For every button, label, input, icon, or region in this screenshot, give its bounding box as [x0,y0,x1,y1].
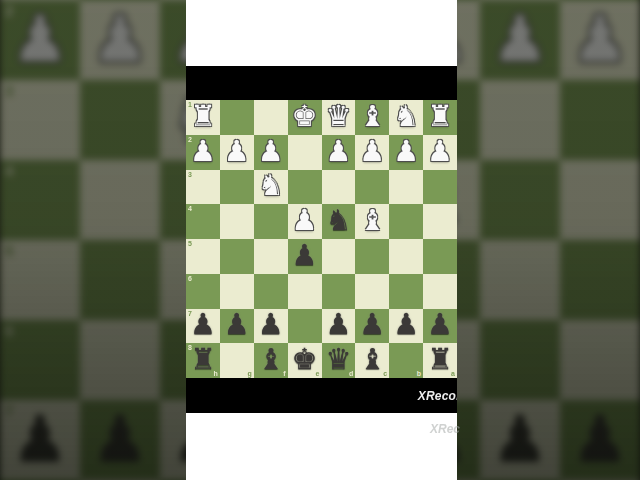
square-g3[interactable] [220,170,254,205]
black-bishop[interactable]: ♝ [258,345,284,374]
square-g1[interactable] [220,100,254,135]
black-pawn[interactable]: ♟ [190,310,216,339]
square-d8[interactable]: ♛d [322,343,356,378]
rank-label-5: 5 [188,240,192,247]
white-pawn[interactable]: ♟ [190,137,216,166]
square-e1[interactable]: ♚ [288,100,322,135]
square-d4[interactable]: ♞ [322,204,356,239]
square-d6[interactable] [322,274,356,309]
rank-label-3: 3 [188,171,192,178]
square-d5[interactable] [322,239,356,274]
white-knight[interactable]: ♞ [258,171,284,200]
square-c7[interactable]: ♟ [355,309,389,344]
black-rook[interactable]: ♜ [190,345,216,374]
white-pawn[interactable]: ♟ [292,206,318,235]
square-a2[interactable]: ♟ [423,135,457,170]
top-letterbox [186,0,457,66]
square-g6[interactable] [220,274,254,309]
black-pawn[interactable]: ♟ [393,310,419,339]
square-f3[interactable]: ♞ [254,170,288,205]
black-pawn[interactable]: ♟ [224,310,250,339]
square-e6[interactable] [288,274,322,309]
rank-label-2: 2 [188,136,192,143]
file-label-a: a [451,370,455,377]
square-g4[interactable] [220,204,254,239]
square-h7[interactable]: ♟7 [186,309,220,344]
file-label-c: c [383,370,387,377]
video-frame: ♜1♚♛♝♞♜♟2♟♟♟♟♟♟3♞4♟♞♝5♟6♟7♟♟♟♟♟♟♜8hg♝f♚e… [0,0,640,480]
square-c1[interactable]: ♝ [355,100,389,135]
file-label-b: b [417,370,421,377]
bottom-letterbox: XRec [186,413,457,480]
white-pawn[interactable]: ♟ [393,137,419,166]
square-b6[interactable] [389,274,423,309]
faint-watermark: XRec [430,422,460,436]
square-b1[interactable]: ♞ [389,100,423,135]
white-bishop[interactable]: ♝ [359,102,385,131]
white-king[interactable]: ♚ [292,102,318,131]
square-e2[interactable] [288,135,322,170]
xrecorder-watermark: XRecor [418,389,457,403]
black-bishop[interactable]: ♝ [359,345,385,374]
rank-label-7: 7 [188,310,192,317]
square-e7[interactable] [288,309,322,344]
file-label-h: h [214,370,218,377]
square-b8[interactable]: b [389,343,423,378]
square-a4[interactable] [423,204,457,239]
white-rook[interactable]: ♜ [190,102,216,131]
square-a3[interactable] [423,170,457,205]
white-pawn[interactable]: ♟ [258,137,284,166]
white-pawn[interactable]: ♟ [325,137,351,166]
black-pawn[interactable]: ♟ [258,310,284,339]
square-f6[interactable] [254,274,288,309]
square-a1[interactable]: ♜ [423,100,457,135]
square-c4[interactable]: ♝ [355,204,389,239]
rank-label-8: 8 [188,344,192,351]
rank-label-6: 6 [188,275,192,282]
square-h4[interactable]: 4 [186,204,220,239]
chess-board[interactable]: ♜1♚♛♝♞♜♟2♟♟♟♟♟♟3♞4♟♞♝5♟6♟7♟♟♟♟♟♟♜8hg♝f♚e… [186,100,457,378]
black-knight[interactable]: ♞ [325,206,351,235]
square-f1[interactable] [254,100,288,135]
square-c3[interactable] [355,170,389,205]
square-a6[interactable] [423,274,457,309]
square-e3[interactable] [288,170,322,205]
square-c8[interactable]: ♝c [355,343,389,378]
square-b3[interactable] [389,170,423,205]
square-e5[interactable]: ♟ [288,239,322,274]
square-b2[interactable]: ♟ [389,135,423,170]
bottom-black-bar: XRecor [186,378,457,413]
square-f4[interactable] [254,204,288,239]
black-pawn[interactable]: ♟ [427,310,453,339]
rank-label-4: 4 [188,205,192,212]
file-label-e: e [316,370,320,377]
square-g7[interactable]: ♟ [220,309,254,344]
black-queen[interactable]: ♛ [325,345,351,374]
square-b4[interactable] [389,204,423,239]
square-c6[interactable] [355,274,389,309]
square-f2[interactable]: ♟ [254,135,288,170]
square-h8[interactable]: ♜8h [186,343,220,378]
square-e4[interactable]: ♟ [288,204,322,239]
square-g2[interactable]: ♟ [220,135,254,170]
black-king[interactable]: ♚ [292,345,318,374]
rank-label-1: 1 [188,101,192,108]
square-g8[interactable]: g [220,343,254,378]
file-label-g: g [247,370,251,377]
square-f5[interactable] [254,239,288,274]
screen-recording-column: ♜1♚♛♝♞♜♟2♟♟♟♟♟♟3♞4♟♞♝5♟6♟7♟♟♟♟♟♟♜8hg♝f♚e… [186,0,457,480]
top-black-bar [186,66,457,100]
black-rook[interactable]: ♜ [427,345,453,374]
square-e8[interactable]: ♚e [288,343,322,378]
square-b7[interactable]: ♟ [389,309,423,344]
square-g5[interactable] [220,239,254,274]
square-c2[interactable]: ♟ [355,135,389,170]
square-a8[interactable]: ♜a [423,343,457,378]
square-a5[interactable] [423,239,457,274]
white-knight[interactable]: ♞ [393,102,419,131]
white-pawn[interactable]: ♟ [224,137,250,166]
square-f8[interactable]: ♝f [254,343,288,378]
square-f7[interactable]: ♟ [254,309,288,344]
square-d7[interactable]: ♟ [322,309,356,344]
square-h3[interactable]: 3 [186,170,220,205]
white-pawn[interactable]: ♟ [427,137,453,166]
square-b5[interactable] [389,239,423,274]
black-pawn[interactable]: ♟ [292,241,318,270]
square-d1[interactable]: ♛ [322,100,356,135]
square-h6[interactable]: 6 [186,274,220,309]
white-pawn[interactable]: ♟ [359,137,385,166]
black-pawn[interactable]: ♟ [359,310,385,339]
square-d3[interactable] [322,170,356,205]
square-h5[interactable]: 5 [186,239,220,274]
square-d2[interactable]: ♟ [322,135,356,170]
black-pawn[interactable]: ♟ [325,310,351,339]
white-queen[interactable]: ♛ [325,102,351,131]
square-a7[interactable]: ♟ [423,309,457,344]
file-label-d: d [349,370,353,377]
square-h2[interactable]: ♟2 [186,135,220,170]
square-h1[interactable]: ♜1 [186,100,220,135]
white-rook[interactable]: ♜ [427,102,453,131]
file-label-f: f [283,370,285,377]
square-c5[interactable] [355,239,389,274]
white-bishop[interactable]: ♝ [359,206,385,235]
